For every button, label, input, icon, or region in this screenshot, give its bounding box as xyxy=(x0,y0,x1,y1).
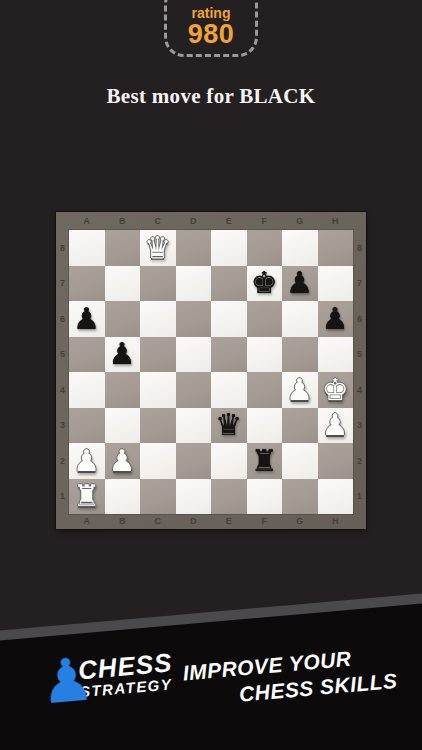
square-h7[interactable] xyxy=(318,266,354,302)
square-e3[interactable]: ♛ xyxy=(211,408,247,444)
square-c6[interactable] xyxy=(140,301,176,337)
app-screen: rating 980 Best move for BLACK ABCDEFGH … xyxy=(0,0,422,750)
piece-black-queen[interactable]: ♛ xyxy=(211,408,247,444)
square-c8[interactable]: ♛ xyxy=(140,230,176,266)
square-d1[interactable] xyxy=(176,479,212,515)
file-label-b: B xyxy=(105,514,141,529)
file-label-h: H xyxy=(318,514,354,529)
rank-label-2: 2 xyxy=(353,443,366,479)
piece-white-pawn[interactable]: ♟ xyxy=(69,443,105,479)
square-f8[interactable] xyxy=(247,230,283,266)
square-h5[interactable] xyxy=(318,337,354,373)
square-c5[interactable] xyxy=(140,337,176,373)
square-a7[interactable] xyxy=(69,266,105,302)
square-a3[interactable] xyxy=(69,408,105,444)
piece-white-queen[interactable]: ♛ xyxy=(140,230,176,266)
piece-black-pawn[interactable]: ♟ xyxy=(318,301,354,337)
square-e5[interactable] xyxy=(211,337,247,373)
rank-label-4: 4 xyxy=(56,372,69,408)
square-h6[interactable]: ♟ xyxy=(318,301,354,337)
board-grid: ♛♚♟♟♟♟♟♚♛♟♟♟♜♜ xyxy=(69,230,353,514)
file-label-a: A xyxy=(69,514,105,529)
square-e8[interactable] xyxy=(211,230,247,266)
bottom-banner: ♟ CHESS STRATEGY IMPROVE YOUR CHESS SKIL… xyxy=(0,560,422,750)
square-e4[interactable] xyxy=(211,372,247,408)
rank-label-3: 3 xyxy=(353,408,366,444)
square-b3[interactable] xyxy=(105,408,141,444)
rank-label-1: 1 xyxy=(353,479,366,515)
file-label-g: G xyxy=(282,214,318,229)
square-c4[interactable] xyxy=(140,372,176,408)
square-f5[interactable] xyxy=(247,337,283,373)
rank-label-1: 1 xyxy=(56,479,69,515)
square-g6[interactable] xyxy=(282,301,318,337)
square-e1[interactable] xyxy=(211,479,247,515)
square-f6[interactable] xyxy=(247,301,283,337)
square-a1[interactable]: ♜ xyxy=(69,479,105,515)
square-g3[interactable] xyxy=(282,408,318,444)
square-d8[interactable] xyxy=(176,230,212,266)
square-f4[interactable] xyxy=(247,372,283,408)
rank-label-8: 8 xyxy=(56,230,69,266)
square-b6[interactable] xyxy=(105,301,141,337)
file-label-e: E xyxy=(211,514,247,529)
rank-label-6: 6 xyxy=(56,301,69,337)
rank-label-7: 7 xyxy=(353,266,366,302)
rank-labels-left: 87654321 xyxy=(56,230,69,514)
square-b5[interactable]: ♟ xyxy=(105,337,141,373)
square-d2[interactable] xyxy=(176,443,212,479)
square-a4[interactable] xyxy=(69,372,105,408)
square-h1[interactable] xyxy=(318,479,354,515)
rank-label-8: 8 xyxy=(353,230,366,266)
square-g5[interactable] xyxy=(282,337,318,373)
piece-white-pawn[interactable]: ♟ xyxy=(282,372,318,408)
square-d5[interactable] xyxy=(176,337,212,373)
square-c1[interactable] xyxy=(140,479,176,515)
piece-black-pawn[interactable]: ♟ xyxy=(105,337,141,373)
square-a6[interactable]: ♟ xyxy=(69,301,105,337)
file-label-h: H xyxy=(318,214,354,229)
rank-label-3: 3 xyxy=(56,408,69,444)
rank-label-5: 5 xyxy=(353,337,366,373)
rank-label-2: 2 xyxy=(56,443,69,479)
file-label-c: C xyxy=(140,514,176,529)
square-c3[interactable] xyxy=(140,408,176,444)
file-label-f: F xyxy=(247,214,283,229)
square-d7[interactable] xyxy=(176,266,212,302)
piece-white-rook[interactable]: ♜ xyxy=(69,479,105,515)
square-f1[interactable] xyxy=(247,479,283,515)
square-a2[interactable]: ♟ xyxy=(69,443,105,479)
piece-white-pawn[interactable]: ♟ xyxy=(318,408,354,444)
puzzle-prompt: Best move for BLACK xyxy=(0,84,422,109)
square-g8[interactable] xyxy=(282,230,318,266)
piece-black-rook[interactable]: ♜ xyxy=(247,443,283,479)
app-logo[interactable]: ♟ CHESS STRATEGY xyxy=(38,642,176,711)
square-d4[interactable] xyxy=(176,372,212,408)
chess-board: ABCDEFGH ABCDEFGH 87654321 87654321 ♛♚♟♟… xyxy=(56,212,366,529)
rank-label-5: 5 xyxy=(56,337,69,373)
square-a5[interactable] xyxy=(69,337,105,373)
square-e7[interactable] xyxy=(211,266,247,302)
rating-value: 980 xyxy=(167,21,255,48)
rank-label-4: 4 xyxy=(353,372,366,408)
rank-label-6: 6 xyxy=(353,301,366,337)
file-label-g: G xyxy=(282,514,318,529)
piece-black-king[interactable]: ♚ xyxy=(247,266,283,302)
square-c7[interactable] xyxy=(140,266,176,302)
blue-pawn-icon: ♟ xyxy=(38,649,97,711)
file-label-b: B xyxy=(105,214,141,229)
square-a8[interactable] xyxy=(69,230,105,266)
file-label-f: F xyxy=(247,514,283,529)
square-g2[interactable] xyxy=(282,443,318,479)
square-h8[interactable] xyxy=(318,230,354,266)
file-label-c: C xyxy=(140,214,176,229)
square-b1[interactable] xyxy=(105,479,141,515)
square-c2[interactable] xyxy=(140,443,176,479)
square-f2[interactable]: ♜ xyxy=(247,443,283,479)
square-h4[interactable]: ♚ xyxy=(318,372,354,408)
piece-white-king[interactable]: ♚ xyxy=(318,372,354,408)
square-h2[interactable] xyxy=(318,443,354,479)
rating-badge: rating 980 xyxy=(164,0,258,57)
square-g4[interactable]: ♟ xyxy=(282,372,318,408)
square-h3[interactable]: ♟ xyxy=(318,408,354,444)
square-b2[interactable]: ♟ xyxy=(105,443,141,479)
rank-labels-right: 87654321 xyxy=(353,230,366,514)
square-f7[interactable]: ♚ xyxy=(247,266,283,302)
file-labels-top: ABCDEFGH xyxy=(69,212,353,230)
file-label-e: E xyxy=(211,214,247,229)
square-g7[interactable]: ♟ xyxy=(282,266,318,302)
piece-white-pawn[interactable]: ♟ xyxy=(105,443,141,479)
file-label-d: D xyxy=(176,514,212,529)
piece-black-pawn[interactable]: ♟ xyxy=(282,266,318,302)
square-g1[interactable] xyxy=(282,479,318,515)
rank-label-7: 7 xyxy=(56,266,69,302)
file-label-a: A xyxy=(69,214,105,229)
square-e2[interactable] xyxy=(211,443,247,479)
square-b7[interactable] xyxy=(105,266,141,302)
file-label-d: D xyxy=(176,214,212,229)
square-d3[interactable] xyxy=(176,408,212,444)
square-b8[interactable] xyxy=(105,230,141,266)
square-e6[interactable] xyxy=(211,301,247,337)
file-labels-bottom: ABCDEFGH xyxy=(69,514,353,529)
square-b4[interactable] xyxy=(105,372,141,408)
piece-black-pawn[interactable]: ♟ xyxy=(69,301,105,337)
square-f3[interactable] xyxy=(247,408,283,444)
square-d6[interactable] xyxy=(176,301,212,337)
